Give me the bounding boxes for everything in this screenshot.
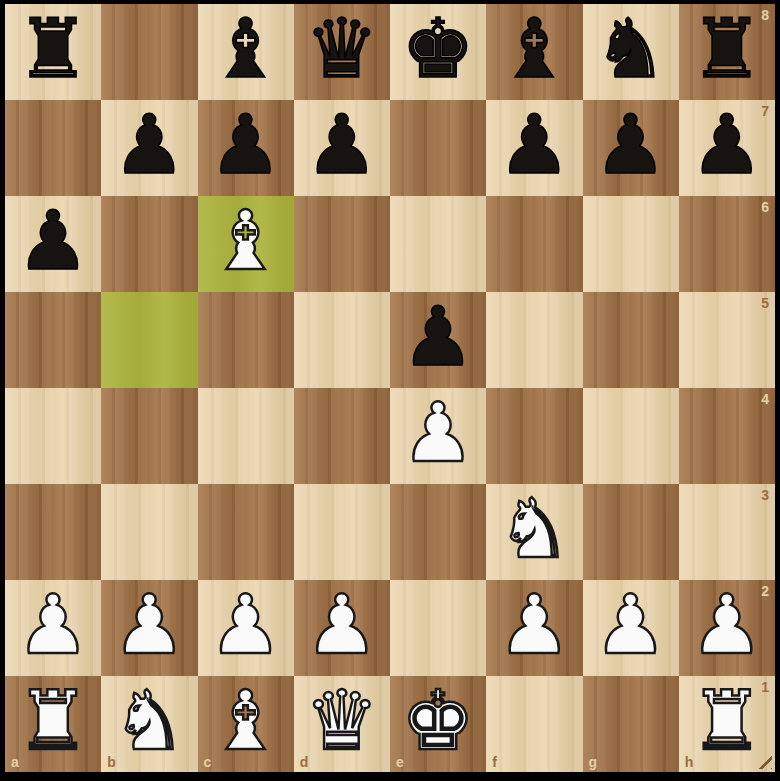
square-h2[interactable]: ♟2	[679, 580, 775, 676]
black-queen-d8[interactable]: ♛	[305, 4, 379, 97]
white-pawn-g2[interactable]: ♟	[594, 580, 668, 673]
black-pawn-e5[interactable]: ♟	[401, 292, 475, 385]
coord-rank-1: 1	[761, 680, 769, 694]
white-pawn-h2[interactable]: ♟	[690, 580, 764, 673]
square-h6[interactable]: 6	[679, 196, 775, 292]
coord-rank-7: 7	[761, 104, 769, 118]
square-g1[interactable]: g	[583, 676, 679, 772]
square-f5[interactable]	[486, 292, 582, 388]
white-pawn-f2[interactable]: ♟	[498, 580, 572, 673]
square-a7[interactable]	[5, 100, 101, 196]
square-h3[interactable]: 3	[679, 484, 775, 580]
square-a3[interactable]	[5, 484, 101, 580]
white-pawn-b2[interactable]: ♟	[113, 580, 187, 673]
black-pawn-b7[interactable]: ♟	[113, 100, 187, 193]
square-a5[interactable]	[5, 292, 101, 388]
square-c6[interactable]: ♝	[198, 196, 294, 292]
white-pawn-a2[interactable]: ♟	[16, 580, 90, 673]
square-h1[interactable]: ♜1h	[679, 676, 775, 772]
square-e1[interactable]: ♚e	[390, 676, 486, 772]
square-b4[interactable]	[101, 388, 197, 484]
coord-file-g: g	[589, 755, 598, 769]
square-c2[interactable]: ♟	[198, 580, 294, 676]
square-h4[interactable]: 4	[679, 388, 775, 484]
square-d2[interactable]: ♟	[294, 580, 390, 676]
square-e3[interactable]	[390, 484, 486, 580]
black-bishop-f8[interactable]: ♝	[498, 4, 572, 97]
square-b8[interactable]	[101, 4, 197, 100]
square-g6[interactable]	[583, 196, 679, 292]
square-e4[interactable]: ♟	[390, 388, 486, 484]
square-g8[interactable]: ♞	[583, 4, 679, 100]
square-b2[interactable]: ♟	[101, 580, 197, 676]
square-c4[interactable]	[198, 388, 294, 484]
square-f8[interactable]: ♝	[486, 4, 582, 100]
square-g5[interactable]	[583, 292, 679, 388]
white-queen-d1[interactable]: ♛	[305, 676, 379, 769]
square-c1[interactable]: ♝c	[198, 676, 294, 772]
white-pawn-d2[interactable]: ♟	[305, 580, 379, 673]
coord-rank-4: 4	[761, 392, 769, 406]
coord-rank-6: 6	[761, 200, 769, 214]
square-h5[interactable]: 5	[679, 292, 775, 388]
square-g4[interactable]	[583, 388, 679, 484]
square-d8[interactable]: ♛	[294, 4, 390, 100]
square-h7[interactable]: ♟7	[679, 100, 775, 196]
white-bishop-c1[interactable]: ♝	[209, 676, 283, 769]
square-c8[interactable]: ♝	[198, 4, 294, 100]
black-king-e8[interactable]: ♚	[401, 4, 475, 97]
coord-rank-3: 3	[761, 488, 769, 502]
board-grid: ♜♝♛♚♝♞♜8♟♟♟♟♟♟7♟♝6♟5♟4♞3♟♟♟♟♟♟♟2♜a♞b♝c♛d…	[5, 4, 775, 772]
black-pawn-f7[interactable]: ♟	[498, 100, 572, 193]
square-e8[interactable]: ♚	[390, 4, 486, 100]
black-rook-a8[interactable]: ♜	[16, 4, 90, 97]
square-g7[interactable]: ♟	[583, 100, 679, 196]
square-f6[interactable]	[486, 196, 582, 292]
coord-file-f: f	[492, 755, 497, 769]
square-e6[interactable]	[390, 196, 486, 292]
coord-file-e: e	[396, 755, 404, 769]
square-a4[interactable]	[5, 388, 101, 484]
square-b3[interactable]	[101, 484, 197, 580]
square-c7[interactable]: ♟	[198, 100, 294, 196]
black-pawn-a6[interactable]: ♟	[16, 196, 90, 289]
square-d5[interactable]	[294, 292, 390, 388]
coord-file-a: a	[11, 755, 19, 769]
square-f4[interactable]	[486, 388, 582, 484]
white-bishop-c6[interactable]: ♝	[209, 196, 283, 289]
square-g3[interactable]	[583, 484, 679, 580]
square-g2[interactable]: ♟	[583, 580, 679, 676]
square-b7[interactable]: ♟	[101, 100, 197, 196]
square-e2[interactable]	[390, 580, 486, 676]
coord-rank-2: 2	[761, 584, 769, 598]
white-pawn-c2[interactable]: ♟	[209, 580, 283, 673]
square-f2[interactable]: ♟	[486, 580, 582, 676]
coord-file-d: d	[300, 755, 309, 769]
square-e7[interactable]	[390, 100, 486, 196]
white-king-e1[interactable]: ♚	[401, 676, 475, 769]
coord-file-c: c	[204, 755, 212, 769]
coord-rank-8: 8	[761, 8, 769, 22]
white-pawn-e4[interactable]: ♟	[401, 388, 475, 481]
white-rook-a1[interactable]: ♜	[16, 676, 90, 769]
black-bishop-c8[interactable]: ♝	[209, 4, 283, 97]
square-a6[interactable]: ♟	[5, 196, 101, 292]
coord-file-h: h	[685, 755, 694, 769]
square-d4[interactable]	[294, 388, 390, 484]
square-f7[interactable]: ♟	[486, 100, 582, 196]
square-a8[interactable]: ♜	[5, 4, 101, 100]
square-d7[interactable]: ♟	[294, 100, 390, 196]
coord-rank-5: 5	[761, 296, 769, 310]
black-pawn-c7[interactable]: ♟	[209, 100, 283, 193]
square-f1[interactable]: f	[486, 676, 582, 772]
white-knight-b1[interactable]: ♞	[113, 676, 187, 769]
square-c5[interactable]	[198, 292, 294, 388]
square-d6[interactable]	[294, 196, 390, 292]
square-b1[interactable]: ♞b	[101, 676, 197, 772]
square-a2[interactable]: ♟	[5, 580, 101, 676]
black-pawn-d7[interactable]: ♟	[305, 100, 379, 193]
chess-board: ♜♝♛♚♝♞♜8♟♟♟♟♟♟7♟♝6♟5♟4♞3♟♟♟♟♟♟♟2♜a♞b♝c♛d…	[0, 0, 780, 781]
square-b6[interactable]	[101, 196, 197, 292]
square-c3[interactable]	[198, 484, 294, 580]
coord-file-b: b	[107, 755, 116, 769]
square-h8[interactable]: ♜8	[679, 4, 775, 100]
square-f3[interactable]: ♞	[486, 484, 582, 580]
black-knight-g8[interactable]: ♞	[594, 4, 668, 97]
white-rook-h1[interactable]: ♜	[690, 676, 764, 769]
square-b5[interactable]	[101, 292, 197, 388]
black-pawn-h7[interactable]: ♟	[690, 100, 764, 193]
black-rook-h8[interactable]: ♜	[690, 4, 764, 97]
black-pawn-g7[interactable]: ♟	[594, 100, 668, 193]
square-d1[interactable]: ♛d	[294, 676, 390, 772]
square-d3[interactable]	[294, 484, 390, 580]
square-a1[interactable]: ♜a	[5, 676, 101, 772]
white-knight-f3[interactable]: ♞	[498, 484, 572, 577]
square-e5[interactable]: ♟	[390, 292, 486, 388]
